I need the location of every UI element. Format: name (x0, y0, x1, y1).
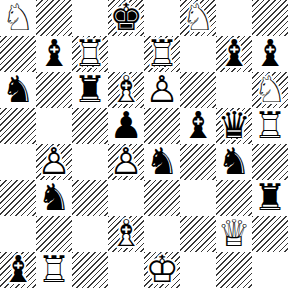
square-e3[interactable] (144, 180, 180, 216)
piece-black-knight-icon: ♞ (144, 144, 180, 180)
square-b3[interactable]: ♞♞ (36, 180, 72, 216)
square-c6[interactable]: ♜♜ (72, 72, 108, 108)
piece-halo: ♞ (144, 144, 180, 180)
piece-black-bishop-icon: ♝ (180, 108, 216, 144)
square-g1[interactable] (216, 252, 252, 288)
square-c2[interactable] (72, 216, 108, 252)
piece-halo: ♟ (144, 72, 180, 108)
piece-halo: ♝ (252, 36, 288, 72)
square-f5[interactable]: ♝♝ (180, 108, 216, 144)
piece-halo: ♞ (252, 72, 288, 108)
piece-black-king-icon: ♚ (108, 0, 144, 36)
piece-white-bishop-icon: ♗ (108, 72, 144, 108)
square-h1[interactable] (252, 252, 288, 288)
square-b8[interactable] (36, 0, 72, 36)
piece-white-king-icon: ♔ (144, 252, 180, 288)
piece-halo: ♟ (36, 144, 72, 180)
square-e6[interactable]: ♟♙ (144, 72, 180, 108)
square-e8[interactable] (144, 0, 180, 36)
piece-black-rook-icon: ♜ (72, 72, 108, 108)
piece-black-knight-icon: ♞ (0, 72, 36, 108)
piece-black-pawn-icon: ♟ (108, 108, 144, 144)
piece-halo: ♞ (0, 0, 36, 36)
square-c3[interactable] (72, 180, 108, 216)
square-h4[interactable] (252, 144, 288, 180)
square-g2[interactable]: ♛♕ (216, 216, 252, 252)
piece-halo: ♜ (72, 36, 108, 72)
piece-halo: ♝ (108, 216, 144, 252)
square-g3[interactable] (216, 180, 252, 216)
square-h3[interactable]: ♜♜ (252, 180, 288, 216)
piece-white-rook-icon: ♖ (72, 36, 108, 72)
piece-halo: ♛ (216, 108, 252, 144)
piece-black-rook-icon: ♜ (252, 180, 288, 216)
square-c7[interactable]: ♜♖ (72, 36, 108, 72)
square-f6[interactable] (180, 72, 216, 108)
piece-halo: ♟ (108, 144, 144, 180)
square-h5[interactable]: ♜♖ (252, 108, 288, 144)
square-d6[interactable]: ♝♗ (108, 72, 144, 108)
square-g5[interactable]: ♛♛ (216, 108, 252, 144)
square-c1[interactable] (72, 252, 108, 288)
square-e4[interactable]: ♞♞ (144, 144, 180, 180)
square-f1[interactable] (180, 252, 216, 288)
square-e7[interactable]: ♜♖ (144, 36, 180, 72)
piece-black-bishop-icon: ♝ (216, 36, 252, 72)
square-d7[interactable] (108, 36, 144, 72)
square-d8[interactable]: ♚♚ (108, 0, 144, 36)
square-d5[interactable]: ♟♟ (108, 108, 144, 144)
square-a1[interactable]: ♝♝ (0, 252, 36, 288)
piece-halo: ♞ (36, 180, 72, 216)
square-c5[interactable] (72, 108, 108, 144)
square-h2[interactable] (252, 216, 288, 252)
piece-halo: ♝ (0, 252, 36, 288)
square-f2[interactable] (180, 216, 216, 252)
square-c4[interactable] (72, 144, 108, 180)
square-f8[interactable]: ♞♘ (180, 0, 216, 36)
square-d3[interactable] (108, 180, 144, 216)
square-e1[interactable]: ♚♔ (144, 252, 180, 288)
piece-halo: ♞ (180, 0, 216, 36)
piece-white-knight-icon: ♘ (252, 72, 288, 108)
piece-white-knight-icon: ♘ (180, 0, 216, 36)
piece-halo: ♝ (180, 108, 216, 144)
square-f3[interactable] (180, 180, 216, 216)
piece-black-bishop-icon: ♝ (0, 252, 36, 288)
square-g8[interactable] (216, 0, 252, 36)
piece-black-bishop-icon: ♝ (36, 36, 72, 72)
square-d4[interactable]: ♟♙ (108, 144, 144, 180)
square-g6[interactable] (216, 72, 252, 108)
square-d2[interactable]: ♝♗ (108, 216, 144, 252)
piece-white-rook-icon: ♖ (36, 252, 72, 288)
piece-black-queen-icon: ♛ (216, 108, 252, 144)
piece-black-knight-icon: ♞ (216, 144, 252, 180)
piece-white-bishop-icon: ♗ (108, 216, 144, 252)
piece-white-pawn-icon: ♙ (108, 144, 144, 180)
square-a7[interactable] (0, 36, 36, 72)
square-b1[interactable]: ♜♖ (36, 252, 72, 288)
piece-halo: ♛ (216, 216, 252, 252)
piece-halo: ♟ (108, 108, 144, 144)
square-e2[interactable] (144, 216, 180, 252)
square-e5[interactable] (144, 108, 180, 144)
piece-white-pawn-icon: ♙ (144, 72, 180, 108)
square-b6[interactable] (36, 72, 72, 108)
chess-board: ♞♘♚♚♞♘♝♝♜♖♜♖♝♝♝♝♞♞♜♜♝♗♟♙♞♘♟♟♝♝♛♛♜♖♟♙♟♙♞♞… (0, 0, 288, 288)
piece-white-rook-icon: ♖ (144, 36, 180, 72)
square-h7[interactable]: ♝♝ (252, 36, 288, 72)
piece-halo: ♜ (144, 36, 180, 72)
piece-black-bishop-icon: ♝ (252, 36, 288, 72)
square-b5[interactable] (36, 108, 72, 144)
square-a4[interactable] (0, 144, 36, 180)
square-h8[interactable] (252, 0, 288, 36)
board-wrap: ♞♘♚♚♞♘♝♝♜♖♜♖♝♝♝♝♞♞♜♜♝♗♟♙♞♘♟♟♝♝♛♛♜♖♟♙♟♙♞♞… (0, 0, 288, 288)
square-d1[interactable] (108, 252, 144, 288)
square-a3[interactable] (0, 180, 36, 216)
piece-halo: ♚ (108, 0, 144, 36)
piece-halo: ♜ (252, 108, 288, 144)
square-b2[interactable] (36, 216, 72, 252)
piece-white-pawn-icon: ♙ (36, 144, 72, 180)
square-c8[interactable] (72, 0, 108, 36)
square-b7[interactable]: ♝♝ (36, 36, 72, 72)
piece-halo: ♝ (36, 36, 72, 72)
piece-halo: ♝ (108, 72, 144, 108)
square-a2[interactable] (0, 216, 36, 252)
piece-black-knight-icon: ♞ (36, 180, 72, 216)
square-f7[interactable] (180, 36, 216, 72)
piece-halo: ♜ (36, 252, 72, 288)
piece-white-knight-icon: ♘ (0, 0, 36, 36)
piece-white-queen-icon: ♕ (216, 216, 252, 252)
piece-halo: ♝ (216, 36, 252, 72)
piece-halo: ♚ (144, 252, 180, 288)
square-b4[interactable]: ♟♙ (36, 144, 72, 180)
piece-halo: ♞ (0, 72, 36, 108)
square-g4[interactable]: ♞♞ (216, 144, 252, 180)
square-f4[interactable] (180, 144, 216, 180)
piece-white-rook-icon: ♖ (252, 108, 288, 144)
square-a6[interactable]: ♞♞ (0, 72, 36, 108)
square-h6[interactable]: ♞♘ (252, 72, 288, 108)
square-a5[interactable] (0, 108, 36, 144)
piece-halo: ♜ (72, 72, 108, 108)
piece-halo: ♞ (216, 144, 252, 180)
square-a8[interactable]: ♞♘ (0, 0, 36, 36)
square-g7[interactable]: ♝♝ (216, 36, 252, 72)
piece-halo: ♜ (252, 180, 288, 216)
